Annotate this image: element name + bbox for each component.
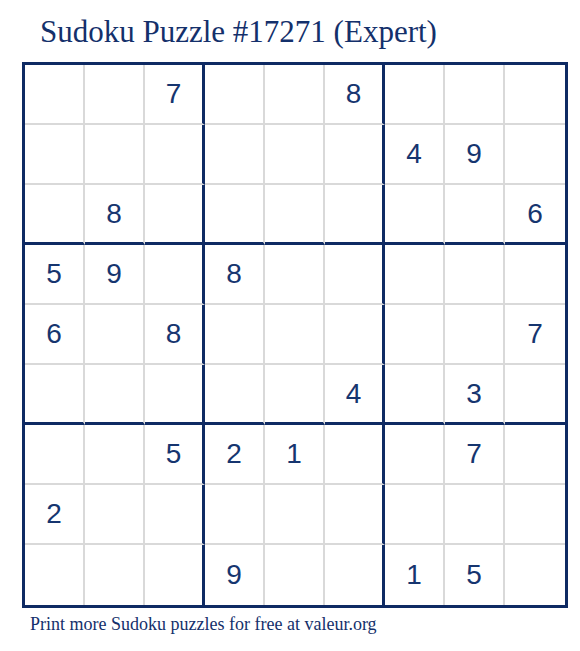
cell-r9c1[interactable] bbox=[25, 545, 85, 605]
cell-r7c4[interactable]: 2 bbox=[205, 425, 265, 485]
cell-r7c1[interactable] bbox=[25, 425, 85, 485]
cell-r4c1[interactable]: 5 bbox=[25, 245, 85, 305]
cell-r2c1[interactable] bbox=[25, 125, 85, 185]
cell-r8c9[interactable] bbox=[505, 485, 565, 545]
cell-r7c7[interactable] bbox=[385, 425, 445, 485]
cell-r4c8[interactable] bbox=[445, 245, 505, 305]
cell-r9c7[interactable]: 1 bbox=[385, 545, 445, 605]
footer-text: Print more Sudoku puzzles for free at va… bbox=[30, 614, 377, 635]
cell-r3c9[interactable]: 6 bbox=[505, 185, 565, 245]
cell-r9c6[interactable] bbox=[325, 545, 385, 605]
cell-r4c7[interactable] bbox=[385, 245, 445, 305]
cell-r4c4[interactable]: 8 bbox=[205, 245, 265, 305]
cell-r3c7[interactable] bbox=[385, 185, 445, 245]
cell-r9c3[interactable] bbox=[145, 545, 205, 605]
cell-r3c3[interactable] bbox=[145, 185, 205, 245]
sudoku-board: 7849865986874352172915 bbox=[22, 62, 568, 608]
cell-r8c2[interactable] bbox=[85, 485, 145, 545]
cell-r6c9[interactable] bbox=[505, 365, 565, 425]
cell-r8c4[interactable] bbox=[205, 485, 265, 545]
cell-r7c8[interactable]: 7 bbox=[445, 425, 505, 485]
cell-r5c1[interactable]: 6 bbox=[25, 305, 85, 365]
cell-r2c2[interactable] bbox=[85, 125, 145, 185]
cell-r1c4[interactable] bbox=[205, 65, 265, 125]
cell-r8c6[interactable] bbox=[325, 485, 385, 545]
cell-r3c2[interactable]: 8 bbox=[85, 185, 145, 245]
cell-r3c8[interactable] bbox=[445, 185, 505, 245]
cell-r7c9[interactable] bbox=[505, 425, 565, 485]
cell-r1c8[interactable] bbox=[445, 65, 505, 125]
cell-r9c9[interactable] bbox=[505, 545, 565, 605]
cell-r4c9[interactable] bbox=[505, 245, 565, 305]
page-title: Sudoku Puzzle #17271 (Expert) bbox=[40, 14, 437, 50]
cell-r6c3[interactable] bbox=[145, 365, 205, 425]
cell-r4c2[interactable]: 9 bbox=[85, 245, 145, 305]
cell-r1c3[interactable]: 7 bbox=[145, 65, 205, 125]
cell-r1c2[interactable] bbox=[85, 65, 145, 125]
cell-r4c3[interactable] bbox=[145, 245, 205, 305]
cell-r6c4[interactable] bbox=[205, 365, 265, 425]
cell-r3c5[interactable] bbox=[265, 185, 325, 245]
cell-r1c1[interactable] bbox=[25, 65, 85, 125]
cell-r3c4[interactable] bbox=[205, 185, 265, 245]
cell-r7c2[interactable] bbox=[85, 425, 145, 485]
cell-r6c6[interactable]: 4 bbox=[325, 365, 385, 425]
cell-r7c6[interactable] bbox=[325, 425, 385, 485]
cell-r2c6[interactable] bbox=[325, 125, 385, 185]
cell-r9c5[interactable] bbox=[265, 545, 325, 605]
cell-r5c7[interactable] bbox=[385, 305, 445, 365]
cell-r6c7[interactable] bbox=[385, 365, 445, 425]
cell-r1c7[interactable] bbox=[385, 65, 445, 125]
cell-r1c9[interactable] bbox=[505, 65, 565, 125]
cell-r7c3[interactable]: 5 bbox=[145, 425, 205, 485]
cell-r5c6[interactable] bbox=[325, 305, 385, 365]
cell-r8c5[interactable] bbox=[265, 485, 325, 545]
cell-r3c6[interactable] bbox=[325, 185, 385, 245]
cell-r2c9[interactable] bbox=[505, 125, 565, 185]
cell-r6c5[interactable] bbox=[265, 365, 325, 425]
cell-r9c2[interactable] bbox=[85, 545, 145, 605]
cell-r5c2[interactable] bbox=[85, 305, 145, 365]
cell-r3c1[interactable] bbox=[25, 185, 85, 245]
page: Sudoku Puzzle #17271 (Expert) 7849865986… bbox=[0, 0, 580, 651]
cell-r6c1[interactable] bbox=[25, 365, 85, 425]
cell-r5c4[interactable] bbox=[205, 305, 265, 365]
cell-r5c3[interactable]: 8 bbox=[145, 305, 205, 365]
cell-r8c8[interactable] bbox=[445, 485, 505, 545]
cell-r7c5[interactable]: 1 bbox=[265, 425, 325, 485]
cell-r4c6[interactable] bbox=[325, 245, 385, 305]
cell-r5c5[interactable] bbox=[265, 305, 325, 365]
cell-r1c5[interactable] bbox=[265, 65, 325, 125]
cell-r4c5[interactable] bbox=[265, 245, 325, 305]
cell-r8c3[interactable] bbox=[145, 485, 205, 545]
cell-r1c6[interactable]: 8 bbox=[325, 65, 385, 125]
cell-r8c7[interactable] bbox=[385, 485, 445, 545]
cell-r2c8[interactable]: 9 bbox=[445, 125, 505, 185]
cell-r9c8[interactable]: 5 bbox=[445, 545, 505, 605]
cell-r9c4[interactable]: 9 bbox=[205, 545, 265, 605]
cell-r2c7[interactable]: 4 bbox=[385, 125, 445, 185]
cell-r5c9[interactable]: 7 bbox=[505, 305, 565, 365]
cell-r6c8[interactable]: 3 bbox=[445, 365, 505, 425]
cell-r8c1[interactable]: 2 bbox=[25, 485, 85, 545]
cell-r2c5[interactable] bbox=[265, 125, 325, 185]
cell-r6c2[interactable] bbox=[85, 365, 145, 425]
cell-r2c4[interactable] bbox=[205, 125, 265, 185]
cell-r2c3[interactable] bbox=[145, 125, 205, 185]
cell-r5c8[interactable] bbox=[445, 305, 505, 365]
